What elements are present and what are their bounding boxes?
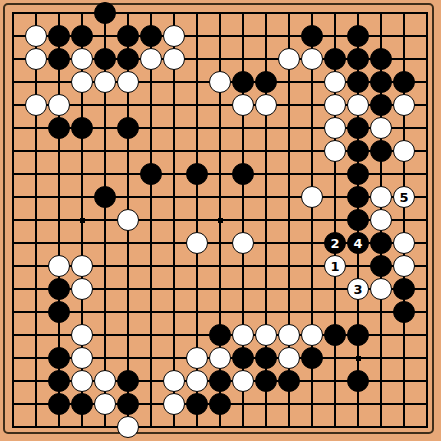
stone-white xyxy=(71,370,93,392)
grid-line-horizontal xyxy=(12,426,427,427)
stone-white xyxy=(163,48,185,70)
stone-black xyxy=(232,71,254,93)
stone-black xyxy=(347,324,369,346)
stone-black xyxy=(209,393,231,415)
stone-white xyxy=(71,324,93,346)
stone-black xyxy=(209,324,231,346)
stone-white xyxy=(301,48,323,70)
stone-white xyxy=(94,71,116,93)
stone-white xyxy=(301,324,323,346)
stone-white xyxy=(393,94,415,116)
stone-white xyxy=(25,48,47,70)
stone-white xyxy=(324,94,346,116)
stone-black xyxy=(347,25,369,47)
stone-white xyxy=(186,347,208,369)
stone-white xyxy=(163,370,185,392)
stone-black xyxy=(48,370,70,392)
stone-white xyxy=(94,393,116,415)
stone-black xyxy=(370,140,392,162)
stone-black xyxy=(186,163,208,185)
stone-white xyxy=(25,94,47,116)
stone-black xyxy=(324,48,346,70)
stone-black xyxy=(370,255,392,277)
stone-black xyxy=(347,71,369,93)
stone-black xyxy=(255,370,277,392)
stone-black xyxy=(393,71,415,93)
stone-white xyxy=(393,255,415,277)
stone-black xyxy=(209,370,231,392)
stone-black xyxy=(278,370,300,392)
stone-white xyxy=(117,416,139,438)
go-board: 52413 xyxy=(0,0,441,441)
hoshi-star-point xyxy=(218,218,223,223)
stone-black xyxy=(370,71,392,93)
stone-black-move-2: 2 xyxy=(324,232,346,254)
stone-white xyxy=(278,48,300,70)
stone-black xyxy=(117,25,139,47)
stone-white-move-5: 5 xyxy=(393,186,415,208)
stone-black xyxy=(370,232,392,254)
stone-black xyxy=(48,25,70,47)
stone-white xyxy=(163,393,185,415)
stone-white xyxy=(393,232,415,254)
stone-white xyxy=(209,347,231,369)
stone-white xyxy=(25,25,47,47)
hoshi-star-point xyxy=(80,218,85,223)
stone-black xyxy=(48,278,70,300)
stone-black xyxy=(94,2,116,24)
stone-black xyxy=(347,163,369,185)
stone-white xyxy=(324,71,346,93)
stone-white xyxy=(163,25,185,47)
stone-white xyxy=(232,324,254,346)
stone-white xyxy=(232,370,254,392)
stone-white xyxy=(370,117,392,139)
stone-black xyxy=(140,163,162,185)
stone-white xyxy=(209,71,231,93)
stone-white xyxy=(278,347,300,369)
stone-white xyxy=(255,324,277,346)
stone-black xyxy=(48,48,70,70)
stone-black xyxy=(347,186,369,208)
grid-line-horizontal xyxy=(12,311,427,312)
stone-white xyxy=(393,140,415,162)
stone-black xyxy=(393,301,415,323)
stone-black xyxy=(347,209,369,231)
stone-white xyxy=(278,324,300,346)
stone-white xyxy=(301,186,323,208)
stone-white xyxy=(370,186,392,208)
stone-white xyxy=(255,94,277,116)
stone-black xyxy=(186,393,208,415)
stone-black xyxy=(117,48,139,70)
stone-black xyxy=(232,163,254,185)
stone-black xyxy=(324,324,346,346)
stone-black xyxy=(347,140,369,162)
stone-black xyxy=(117,117,139,139)
stone-white xyxy=(324,117,346,139)
stone-black xyxy=(301,347,323,369)
stone-white-move-3: 3 xyxy=(347,278,369,300)
stone-white xyxy=(48,255,70,277)
stone-white xyxy=(140,48,162,70)
stone-black xyxy=(347,370,369,392)
stone-black xyxy=(347,48,369,70)
stone-white xyxy=(71,347,93,369)
stone-white xyxy=(324,140,346,162)
stone-white-move-1: 1 xyxy=(324,255,346,277)
stone-black xyxy=(48,301,70,323)
stone-black xyxy=(347,117,369,139)
stone-white xyxy=(186,370,208,392)
stone-black xyxy=(71,25,93,47)
stone-white xyxy=(71,278,93,300)
stone-black xyxy=(255,71,277,93)
stone-black xyxy=(117,370,139,392)
stone-white xyxy=(186,232,208,254)
stone-black xyxy=(94,186,116,208)
stone-white xyxy=(232,94,254,116)
stone-black xyxy=(140,25,162,47)
stone-white xyxy=(48,94,70,116)
stone-white xyxy=(117,209,139,231)
stone-black xyxy=(117,393,139,415)
stone-black xyxy=(48,347,70,369)
stone-white xyxy=(71,48,93,70)
stone-black xyxy=(71,117,93,139)
stone-black xyxy=(393,278,415,300)
stone-black xyxy=(370,48,392,70)
hoshi-star-point xyxy=(356,356,361,361)
stone-black xyxy=(301,25,323,47)
stone-black-move-4: 4 xyxy=(347,232,369,254)
stone-black xyxy=(370,94,392,116)
stone-black xyxy=(48,117,70,139)
stone-white xyxy=(117,71,139,93)
stone-white xyxy=(71,71,93,93)
stone-black xyxy=(48,393,70,415)
stone-black xyxy=(94,48,116,70)
stone-white xyxy=(370,278,392,300)
stone-white xyxy=(71,255,93,277)
stone-black xyxy=(232,347,254,369)
stone-white xyxy=(94,370,116,392)
stone-white xyxy=(370,209,392,231)
stone-white xyxy=(232,232,254,254)
stone-white xyxy=(347,94,369,116)
grid-line-vertical xyxy=(426,12,427,427)
stone-black xyxy=(255,347,277,369)
stone-black xyxy=(71,393,93,415)
